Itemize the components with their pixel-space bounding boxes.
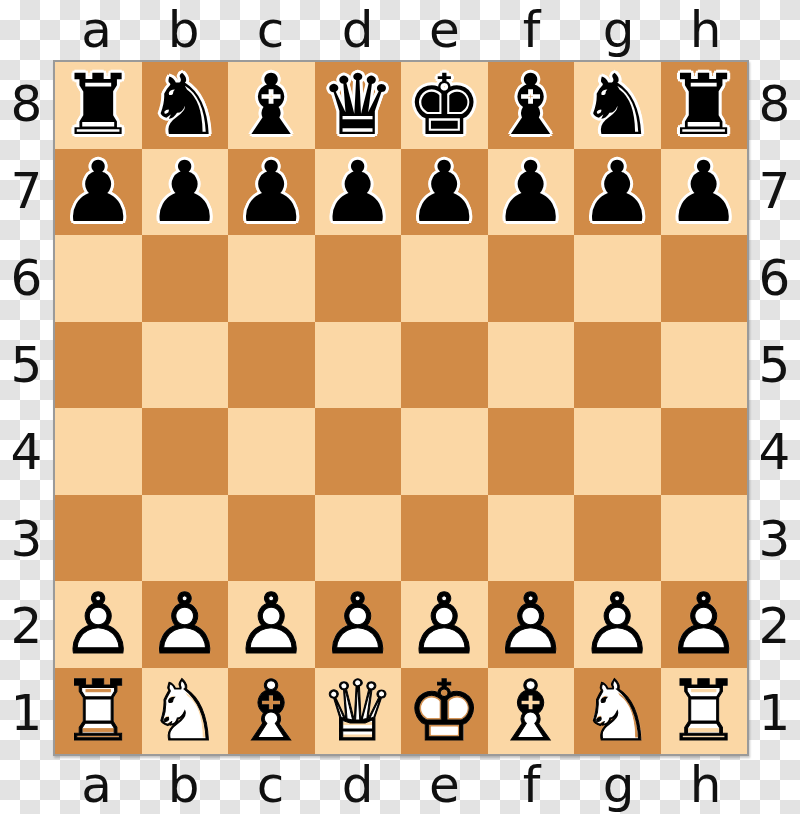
- square-b8[interactable]: ♞: [142, 62, 229, 149]
- square-g1[interactable]: ♞♘: [574, 668, 661, 755]
- square-b5[interactable]: [142, 322, 229, 409]
- square-h8[interactable]: ♜: [661, 62, 748, 149]
- black-bishop-piece[interactable]: ♝: [228, 62, 315, 149]
- square-c8[interactable]: ♝: [228, 62, 315, 149]
- file-label-top-h: h: [662, 0, 749, 60]
- chess-board: ♜♞♝♛♚♝♞♜♟♟♟♟♟♟♟♟♟♙♟♙♟♙♟♙♟♙♟♙♟♙♟♙♜♖♞♘♝♗♛♕…: [53, 60, 749, 756]
- rank-label-left-5: 5: [0, 321, 53, 408]
- white-pawn-outline-icon: ♙: [142, 581, 229, 668]
- black-bishop-piece[interactable]: ♝: [488, 62, 575, 149]
- black-pawn-icon: ♟: [315, 149, 402, 236]
- square-e5[interactable]: [401, 322, 488, 409]
- white-knight-outline-icon: ♘: [142, 668, 229, 755]
- square-e6[interactable]: [401, 235, 488, 322]
- file-label-bottom-e: e: [401, 756, 488, 814]
- black-pawn-icon: ♟: [574, 149, 661, 236]
- square-g7[interactable]: ♟: [574, 149, 661, 236]
- white-pawn-icon: ♟: [401, 581, 488, 668]
- black-pawn-piece[interactable]: ♟: [401, 149, 488, 236]
- white-knight-icon: ♞: [142, 668, 229, 755]
- square-d4[interactable]: [315, 408, 402, 495]
- square-a7[interactable]: ♟: [55, 149, 142, 236]
- square-f8[interactable]: ♝: [488, 62, 575, 149]
- black-knight-piece[interactable]: ♞: [142, 62, 229, 149]
- white-bishop-piece[interactable]: ♝♗: [488, 668, 575, 755]
- rank-label-right-5: 5: [749, 321, 800, 408]
- rank-label-left-6: 6: [0, 234, 53, 321]
- square-a8[interactable]: ♜: [55, 62, 142, 149]
- square-g2[interactable]: ♟♙: [574, 581, 661, 668]
- square-b6[interactable]: [142, 235, 229, 322]
- black-pawn-icon: ♟: [488, 149, 575, 236]
- black-bishop-icon: ♝: [228, 62, 315, 149]
- black-rook-icon: ♜: [661, 62, 748, 149]
- square-f7[interactable]: ♟: [488, 149, 575, 236]
- white-rook-outline-icon: ♖: [55, 668, 142, 755]
- white-pawn-piece[interactable]: ♟♙: [55, 581, 142, 668]
- white-pawn-piece[interactable]: ♟♙: [142, 581, 229, 668]
- rank-label-right-6: 6: [749, 234, 800, 321]
- rank-label-right-2: 2: [749, 582, 800, 669]
- square-f3[interactable]: [488, 495, 575, 582]
- black-bishop-icon: ♝: [488, 62, 575, 149]
- square-c7[interactable]: ♟: [228, 149, 315, 236]
- square-c6[interactable]: [228, 235, 315, 322]
- black-rook-icon: ♜: [55, 62, 142, 149]
- white-pawn-piece[interactable]: ♟♙: [401, 581, 488, 668]
- square-a3[interactable]: [55, 495, 142, 582]
- file-label-top-g: g: [575, 0, 662, 60]
- file-label-bottom-g: g: [575, 756, 662, 814]
- file-label-bottom-d: d: [314, 756, 401, 814]
- square-d2[interactable]: ♟♙: [315, 581, 402, 668]
- white-rook-piece[interactable]: ♜♖: [661, 668, 748, 755]
- white-rook-icon: ♜: [661, 668, 748, 755]
- white-knight-piece[interactable]: ♞♘: [142, 668, 229, 755]
- file-label-top-e: e: [401, 0, 488, 60]
- rank-labels-right: 87654321: [749, 60, 800, 756]
- black-pawn-icon: ♟: [142, 149, 229, 236]
- white-pawn-icon: ♟: [661, 581, 748, 668]
- square-h7[interactable]: ♟: [661, 149, 748, 236]
- file-label-top-b: b: [140, 0, 227, 60]
- white-bishop-piece[interactable]: ♝♗: [228, 668, 315, 755]
- white-pawn-outline-icon: ♙: [661, 581, 748, 668]
- white-queen-icon: ♛: [315, 668, 402, 755]
- black-queen-icon: ♛: [315, 62, 402, 149]
- white-pawn-outline-icon: ♙: [55, 581, 142, 668]
- white-pawn-icon: ♟: [55, 581, 142, 668]
- square-g3[interactable]: [574, 495, 661, 582]
- square-h1[interactable]: ♜♖: [661, 668, 748, 755]
- black-pawn-piece[interactable]: ♟: [315, 149, 402, 236]
- white-pawn-piece[interactable]: ♟♙: [574, 581, 661, 668]
- square-b3[interactable]: [142, 495, 229, 582]
- white-rook-outline-icon: ♖: [661, 668, 748, 755]
- black-pawn-icon: ♟: [401, 149, 488, 236]
- white-bishop-icon: ♝: [488, 668, 575, 755]
- white-pawn-icon: ♟: [228, 581, 315, 668]
- white-pawn-piece[interactable]: ♟♙: [315, 581, 402, 668]
- black-knight-icon: ♞: [142, 62, 229, 149]
- white-bishop-outline-icon: ♗: [488, 668, 575, 755]
- rank-label-left-8: 8: [0, 60, 53, 147]
- square-h4[interactable]: [661, 408, 748, 495]
- white-king-piece[interactable]: ♚♔: [401, 668, 488, 755]
- square-e1[interactable]: ♚♔: [401, 668, 488, 755]
- square-c3[interactable]: [228, 495, 315, 582]
- white-pawn-icon: ♟: [488, 581, 575, 668]
- white-knight-icon: ♞: [574, 668, 661, 755]
- rank-label-right-4: 4: [749, 408, 800, 495]
- rank-label-left-2: 2: [0, 582, 53, 669]
- square-f2[interactable]: ♟♙: [488, 581, 575, 668]
- square-g8[interactable]: ♞: [574, 62, 661, 149]
- square-b2[interactable]: ♟♙: [142, 581, 229, 668]
- square-d6[interactable]: [315, 235, 402, 322]
- file-labels-top: abcdefgh: [53, 0, 749, 60]
- white-pawn-icon: ♟: [315, 581, 402, 668]
- white-pawn-icon: ♟: [574, 581, 661, 668]
- white-pawn-piece[interactable]: ♟♙: [228, 581, 315, 668]
- square-e2[interactable]: ♟♙: [401, 581, 488, 668]
- file-label-top-c: c: [227, 0, 314, 60]
- white-pawn-outline-icon: ♙: [315, 581, 402, 668]
- file-label-bottom-f: f: [488, 756, 575, 814]
- black-pawn-piece[interactable]: ♟: [55, 149, 142, 236]
- black-knight-piece[interactable]: ♞: [574, 62, 661, 149]
- square-g5[interactable]: [574, 322, 661, 409]
- square-f5[interactable]: [488, 322, 575, 409]
- black-pawn-icon: ♟: [228, 149, 315, 236]
- square-a6[interactable]: [55, 235, 142, 322]
- square-f6[interactable]: [488, 235, 575, 322]
- square-h5[interactable]: [661, 322, 748, 409]
- square-e4[interactable]: [401, 408, 488, 495]
- white-pawn-outline-icon: ♙: [401, 581, 488, 668]
- black-rook-piece[interactable]: ♜: [661, 62, 748, 149]
- square-b1[interactable]: ♞♘: [142, 668, 229, 755]
- file-label-bottom-b: b: [140, 756, 227, 814]
- square-a5[interactable]: [55, 322, 142, 409]
- white-knight-piece[interactable]: ♞♘: [574, 668, 661, 755]
- black-king-piece[interactable]: ♚: [401, 62, 488, 149]
- file-label-bottom-a: a: [53, 756, 140, 814]
- white-queen-piece[interactable]: ♛♕: [315, 668, 402, 755]
- rank-label-right-8: 8: [749, 60, 800, 147]
- square-h2[interactable]: ♟♙: [661, 581, 748, 668]
- square-a1[interactable]: ♜♖: [55, 668, 142, 755]
- rank-label-left-3: 3: [0, 495, 53, 582]
- file-label-top-a: a: [53, 0, 140, 60]
- square-d3[interactable]: [315, 495, 402, 582]
- file-label-bottom-c: c: [227, 756, 314, 814]
- square-d7[interactable]: ♟: [315, 149, 402, 236]
- white-knight-outline-icon: ♘: [574, 668, 661, 755]
- square-c1[interactable]: ♝♗: [228, 668, 315, 755]
- black-knight-icon: ♞: [574, 62, 661, 149]
- white-pawn-piece[interactable]: ♟♙: [661, 581, 748, 668]
- square-g4[interactable]: [574, 408, 661, 495]
- file-label-bottom-h: h: [662, 756, 749, 814]
- square-d5[interactable]: [315, 322, 402, 409]
- black-pawn-piece[interactable]: ♟: [142, 149, 229, 236]
- white-pawn-piece[interactable]: ♟♙: [488, 581, 575, 668]
- file-label-top-d: d: [314, 0, 401, 60]
- white-pawn-outline-icon: ♙: [574, 581, 661, 668]
- rank-label-right-7: 7: [749, 147, 800, 234]
- square-h3[interactable]: [661, 495, 748, 582]
- rank-label-left-7: 7: [0, 147, 53, 234]
- black-pawn-piece[interactable]: ♟: [574, 149, 661, 236]
- white-pawn-icon: ♟: [142, 581, 229, 668]
- white-rook-icon: ♜: [55, 668, 142, 755]
- white-bishop-outline-icon: ♗: [228, 668, 315, 755]
- black-queen-piece[interactable]: ♛: [315, 62, 402, 149]
- black-rook-piece[interactable]: ♜: [55, 62, 142, 149]
- rank-label-right-1: 1: [749, 669, 800, 756]
- white-king-icon: ♚: [401, 668, 488, 755]
- white-pawn-outline-icon: ♙: [488, 581, 575, 668]
- square-c5[interactable]: [228, 322, 315, 409]
- square-a2[interactable]: ♟♙: [55, 581, 142, 668]
- square-g6[interactable]: [574, 235, 661, 322]
- square-f4[interactable]: [488, 408, 575, 495]
- rank-labels-left: 87654321: [0, 60, 53, 756]
- chess-diagram: { "game": "chess", "title": "Chess start…: [0, 0, 800, 814]
- square-f1[interactable]: ♝♗: [488, 668, 575, 755]
- rank-label-right-3: 3: [749, 495, 800, 582]
- square-e3[interactable]: [401, 495, 488, 582]
- black-pawn-piece[interactable]: ♟: [228, 149, 315, 236]
- white-queen-outline-icon: ♕: [315, 668, 402, 755]
- black-pawn-piece[interactable]: ♟: [488, 149, 575, 236]
- square-b7[interactable]: ♟: [142, 149, 229, 236]
- black-king-icon: ♚: [401, 62, 488, 149]
- white-king-outline-icon: ♔: [401, 668, 488, 755]
- black-pawn-icon: ♟: [55, 149, 142, 236]
- square-d1[interactable]: ♛♕: [315, 668, 402, 755]
- black-pawn-piece[interactable]: ♟: [661, 149, 748, 236]
- square-e8[interactable]: ♚: [401, 62, 488, 149]
- square-d8[interactable]: ♛: [315, 62, 402, 149]
- square-c2[interactable]: ♟♙: [228, 581, 315, 668]
- white-bishop-icon: ♝: [228, 668, 315, 755]
- white-rook-piece[interactable]: ♜♖: [55, 668, 142, 755]
- white-pawn-outline-icon: ♙: [228, 581, 315, 668]
- square-b4[interactable]: [142, 408, 229, 495]
- square-h6[interactable]: [661, 235, 748, 322]
- square-e7[interactable]: ♟: [401, 149, 488, 236]
- file-labels-bottom: abcdefgh: [53, 756, 749, 814]
- square-c4[interactable]: [228, 408, 315, 495]
- rank-label-left-4: 4: [0, 408, 53, 495]
- file-label-top-f: f: [488, 0, 575, 60]
- black-pawn-icon: ♟: [661, 149, 748, 236]
- square-a4[interactable]: [55, 408, 142, 495]
- rank-label-left-1: 1: [0, 669, 53, 756]
